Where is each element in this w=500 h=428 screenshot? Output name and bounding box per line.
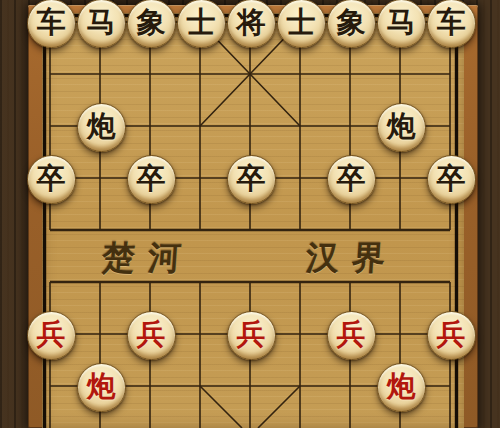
red-piece-glyph: 炮 — [387, 372, 416, 401]
piece-black-soldier-3[interactable]: 卒 — [227, 155, 276, 204]
piece-black-soldier-2[interactable]: 卒 — [127, 155, 176, 204]
piece-black-soldier-1[interactable]: 卒 — [27, 155, 76, 204]
red-piece-glyph: 兵 — [437, 320, 466, 349]
black-piece-glyph: 卒 — [37, 164, 66, 193]
black-piece-glyph: 卒 — [137, 164, 166, 193]
red-piece-glyph: 炮 — [87, 372, 116, 401]
black-piece-glyph: 炮 — [87, 112, 116, 141]
piece-red-cannon-left[interactable]: 炮 — [77, 363, 126, 412]
piece-red-soldier-2[interactable]: 兵 — [127, 311, 176, 360]
piece-black-elephant-left[interactable]: 象 — [127, 0, 176, 48]
piece-black-horse-right[interactable]: 马 — [377, 0, 426, 48]
red-piece-glyph: 兵 — [237, 320, 266, 349]
piece-black-rook-left[interactable]: 车 — [27, 0, 76, 48]
piece-black-cannon-left[interactable]: 炮 — [77, 103, 126, 152]
black-piece-glyph: 士 — [187, 8, 216, 37]
red-piece-glyph: 兵 — [137, 320, 166, 349]
piece-black-advisor-left[interactable]: 士 — [177, 0, 226, 48]
piece-red-soldier-1[interactable]: 兵 — [27, 311, 76, 360]
piece-black-soldier-5[interactable]: 卒 — [427, 155, 476, 204]
piece-red-cannon-right[interactable]: 炮 — [377, 363, 426, 412]
piece-black-horse-left[interactable]: 马 — [77, 0, 126, 48]
black-piece-glyph: 象 — [137, 8, 166, 37]
piece-black-soldier-4[interactable]: 卒 — [327, 155, 376, 204]
river-label-han-jie: 汉界 — [304, 236, 399, 280]
black-piece-glyph: 卒 — [237, 164, 266, 193]
piece-red-soldier-5[interactable]: 兵 — [427, 311, 476, 360]
red-piece-glyph: 兵 — [37, 320, 66, 349]
black-piece-glyph: 马 — [387, 8, 416, 37]
piece-black-advisor-right[interactable]: 士 — [277, 0, 326, 48]
piece-black-elephant-right[interactable]: 象 — [327, 0, 376, 48]
red-piece-glyph: 兵 — [337, 320, 366, 349]
piece-black-rook-right[interactable]: 车 — [427, 0, 476, 48]
xiangqi-app: 楚河 汉界 车马象士将士象马车炮炮卒卒卒卒卒兵兵兵兵兵炮炮 — [0, 0, 500, 428]
piece-black-general[interactable]: 将 — [227, 0, 276, 48]
black-piece-glyph: 将 — [237, 8, 266, 37]
black-piece-glyph: 卒 — [337, 164, 366, 193]
black-piece-glyph: 车 — [437, 8, 466, 37]
piece-red-soldier-4[interactable]: 兵 — [327, 311, 376, 360]
black-piece-glyph: 马 — [87, 8, 116, 37]
black-piece-glyph: 炮 — [387, 112, 416, 141]
black-piece-glyph: 象 — [337, 8, 366, 37]
black-piece-glyph: 士 — [287, 8, 316, 37]
black-piece-glyph: 卒 — [437, 164, 466, 193]
black-piece-glyph: 车 — [37, 8, 66, 37]
piece-red-soldier-3[interactable]: 兵 — [227, 311, 276, 360]
piece-black-cannon-right[interactable]: 炮 — [377, 103, 426, 152]
river-label-chu-he: 楚河 — [100, 236, 195, 280]
